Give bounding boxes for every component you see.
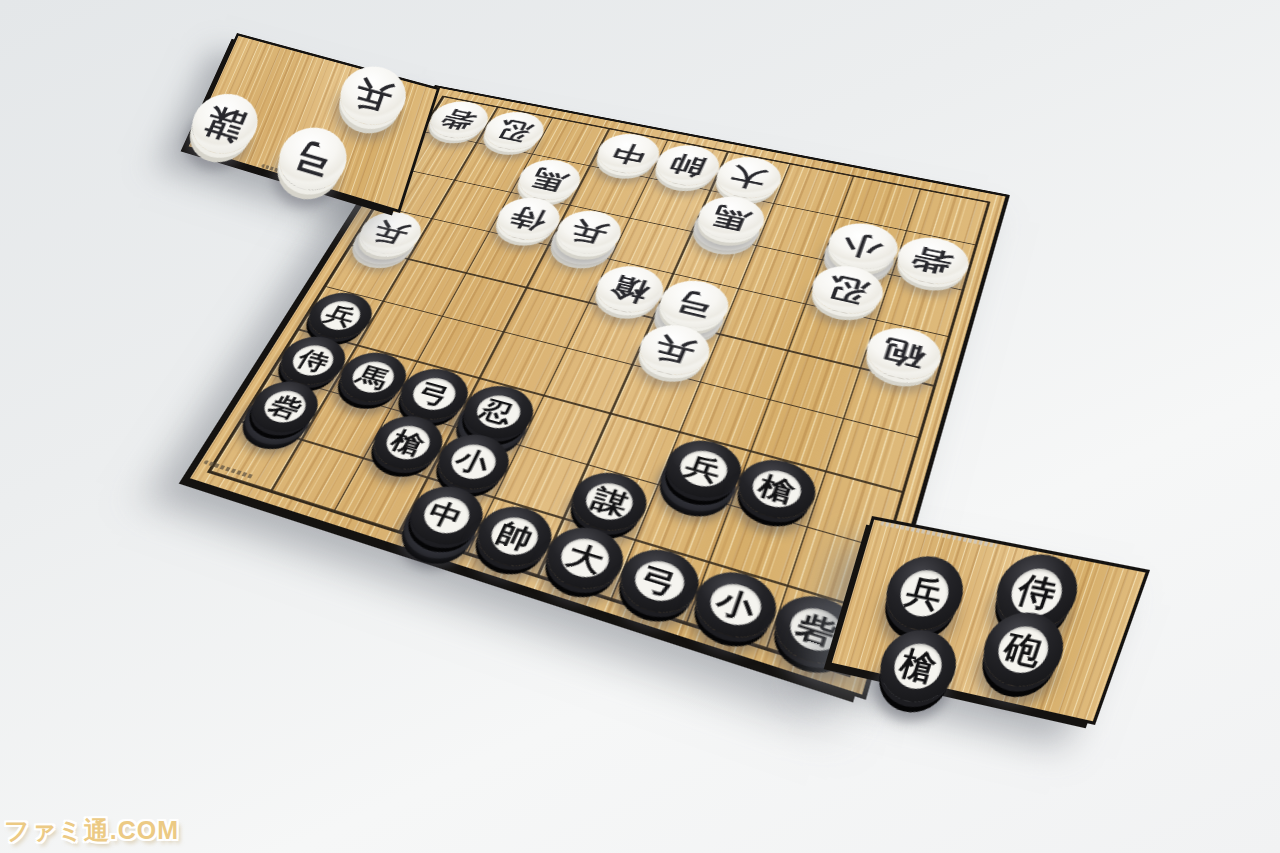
black-disc-label: 槍: [380, 422, 437, 465]
piece-kanji: 兵: [566, 217, 611, 247]
piece-kanji: 馬: [353, 362, 393, 391]
piece-kanji: 兵: [651, 332, 699, 367]
piece-kanji: 兵: [682, 452, 725, 486]
black-disc-label: 砦: [258, 387, 313, 428]
piece-kanji: 謀: [588, 485, 631, 520]
piece-kanji: 弓: [289, 137, 337, 181]
piece-kanji: 小: [713, 585, 759, 624]
piece-kanji: 大: [727, 163, 771, 192]
piece-kanji: 砲: [1000, 629, 1046, 670]
piece-kanji: 槍: [607, 273, 653, 305]
black-disc-label: 大: [555, 533, 616, 583]
piece-kanji: 砦: [909, 244, 955, 277]
piece-kanji: 兵: [369, 218, 413, 247]
black-disc-label: 帥: [485, 512, 545, 560]
piece-kanji: 砦: [439, 107, 480, 132]
famitsu-watermark: ファミ通.COM: [4, 814, 179, 847]
black-disc-label: 弓: [407, 374, 462, 415]
piece-kanji: 槍: [896, 646, 940, 686]
black-disc-label: 馬: [346, 357, 400, 397]
black-disc-label: 兵: [674, 446, 732, 492]
piece-kanji: 謀: [201, 103, 248, 144]
white-hand-tray[interactable]: 謀兵弓: [185, 33, 440, 213]
black-disc-label: 槍: [748, 465, 807, 512]
piece-kanji: 帥: [666, 152, 709, 180]
piece-kanji: 砲: [879, 335, 928, 371]
piece-kanji: 槍: [755, 471, 798, 506]
piece-kanji: 馬: [709, 203, 754, 233]
piece-kanji: 弓: [637, 562, 682, 600]
piece-kanji: 忍: [824, 273, 871, 306]
black-disc-label: 兵: [314, 298, 366, 335]
black-disc-label: 謀: [580, 479, 639, 526]
piece-kanji: 侍: [506, 204, 550, 233]
piece-kanji: 弓: [671, 287, 718, 320]
piece-kanji: 忍: [493, 118, 535, 144]
piece-kanji: 中: [606, 140, 649, 167]
black-disc-label: 小: [444, 440, 501, 484]
piece-kanji: 兵: [321, 302, 360, 329]
piece-kanji: 砦: [265, 392, 306, 422]
piece-kanji: 馬: [528, 166, 571, 194]
piece-kanji: 侍: [294, 346, 334, 374]
black-disc-label: 弓: [629, 555, 690, 606]
black-disc-label: 忍: [470, 391, 526, 433]
piece-kanji: 小: [840, 230, 886, 262]
piece-kanji: 小: [452, 446, 494, 479]
piece-kanji: 兵: [350, 75, 396, 115]
piece-kanji: 帥: [493, 518, 537, 553]
piece-kanji: 弓: [414, 379, 455, 409]
black-disc-label: 槍: [888, 639, 947, 693]
piece-kanji: 中: [425, 497, 468, 531]
black-disc-label: 兵: [895, 566, 955, 621]
black-disc-label: 侍: [286, 341, 340, 380]
black-hand-tray[interactable]: 兵侍槍砲: [828, 516, 1150, 725]
piece-kanji: 槍: [387, 427, 429, 459]
piece-kanji: 砦: [793, 609, 840, 649]
photo-scene: 砦忍中帥大馬馬小砦侍兵忍兵槍弓砲兵兵侍馬弓忍兵槍砦槍小謀中帥大弓小砦 謀兵弓 兵…: [0, 0, 1280, 853]
black-disc-label: 中: [417, 491, 476, 538]
piece-kanji: 忍: [478, 396, 519, 427]
piece-kanji: 侍: [1013, 572, 1060, 613]
piece-kanji: 大: [563, 540, 608, 577]
piece-kanji: 兵: [902, 573, 946, 613]
black-disc-label: 砲: [992, 622, 1055, 678]
black-disc-label: 小: [705, 578, 767, 631]
